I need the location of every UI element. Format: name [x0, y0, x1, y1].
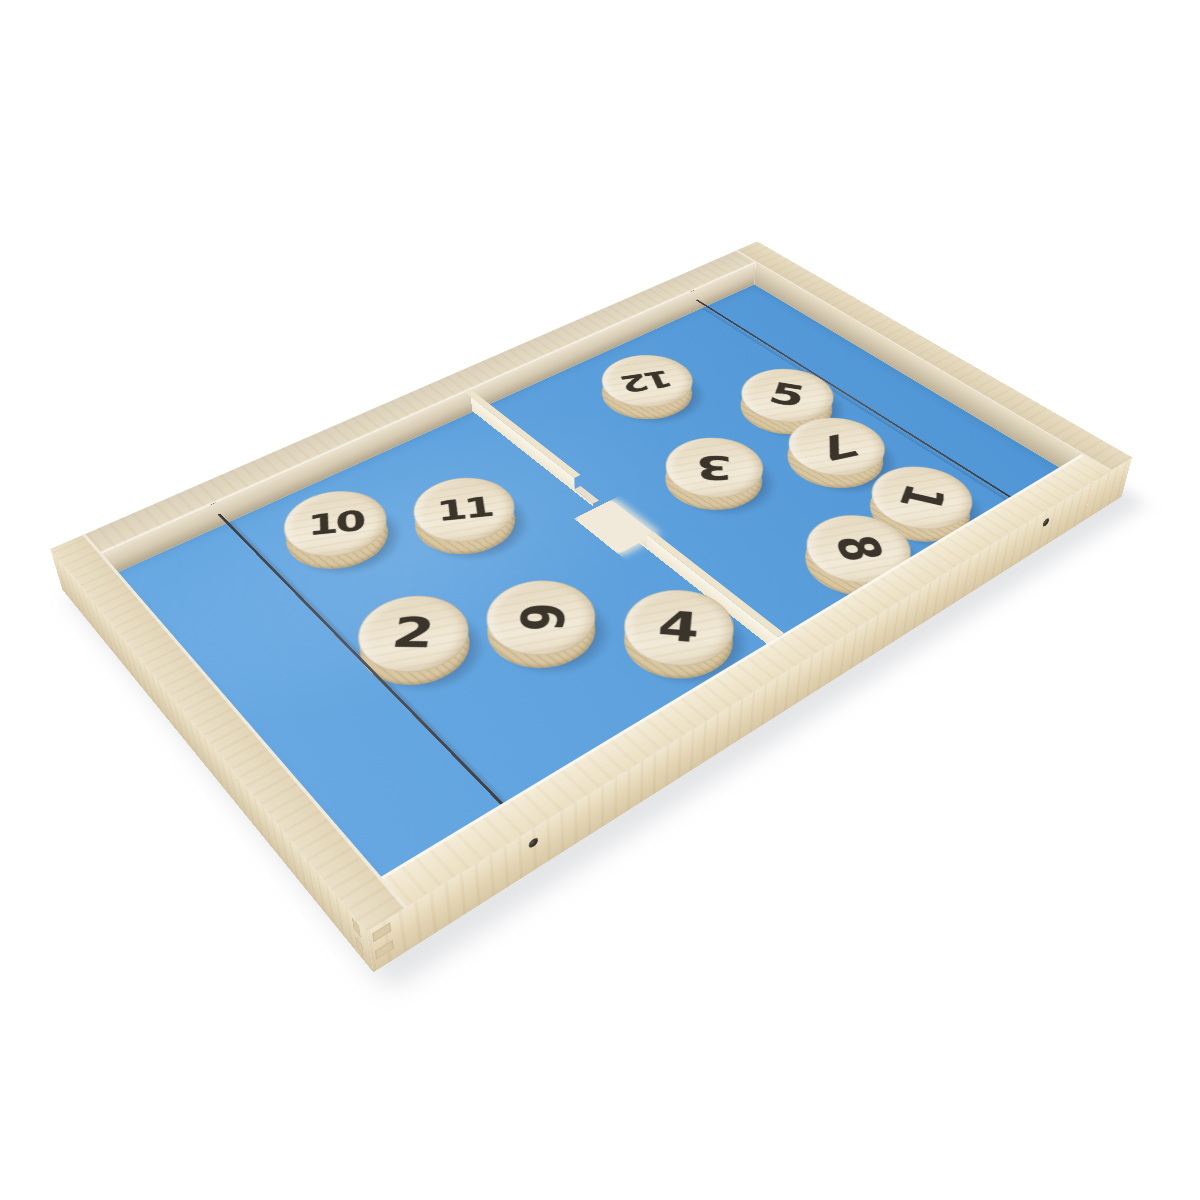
elastic-anchor-screw-left: [529, 836, 538, 849]
puck-2[interactable]: 2: [339, 595, 491, 703]
puck-number: 12: [619, 366, 676, 394]
puck-number: 3: [695, 451, 733, 484]
puck-number: 5: [765, 379, 809, 412]
puck-number: 7: [809, 428, 864, 465]
puck-number: 4: [656, 605, 701, 649]
elastic-anchor-screw-right: [1042, 517, 1049, 528]
finger-joint-notch: [375, 940, 394, 960]
puck-number: 10: [307, 507, 363, 540]
puck-number: 8: [826, 533, 891, 564]
puck-11[interactable]: 11: [396, 479, 535, 569]
puck-number: 6: [510, 603, 571, 632]
puck-number: 1: [891, 480, 952, 514]
sling-puck-board: 10112641253718: [57, 263, 1126, 956]
puck-6[interactable]: 6: [466, 580, 617, 685]
puck-number: 2: [389, 612, 437, 654]
puck-12[interactable]: 12: [584, 357, 711, 431]
product-photo-background: 10112641253718: [0, 0, 1200, 1200]
finger-joint-notch: [372, 922, 391, 942]
puck-number: 11: [435, 493, 493, 525]
